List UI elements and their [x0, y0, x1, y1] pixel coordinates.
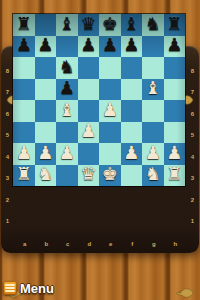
square-g4[interactable]	[142, 100, 164, 122]
black-pawn-b7: ♟	[37, 36, 53, 54]
square-e2[interactable]	[99, 143, 121, 165]
white-rook-a1: ♜	[16, 165, 32, 183]
menu-button-label: Menu	[20, 281, 54, 296]
white-pawn-g2: ♟	[145, 144, 161, 162]
white-bishop-g5: ♝	[145, 79, 161, 97]
rank-label-5: 5	[188, 125, 197, 147]
rank-label-2: 2	[3, 189, 12, 211]
black-pawn-e7: ♟	[102, 36, 118, 54]
square-d2[interactable]	[78, 143, 100, 165]
square-a5[interactable]	[13, 79, 35, 101]
square-h5[interactable]	[164, 79, 186, 101]
square-a6[interactable]	[13, 57, 35, 79]
square-c7[interactable]	[56, 36, 78, 58]
file-label-e: e	[100, 237, 122, 250]
square-e6[interactable]	[99, 57, 121, 79]
square-g2[interactable]: ♟	[142, 143, 164, 165]
square-a2[interactable]: ♟	[13, 143, 35, 165]
square-h6[interactable]	[164, 57, 186, 79]
square-h1[interactable]: ♜	[164, 165, 186, 187]
rank-label-3: 3	[3, 168, 12, 190]
black-pawn-f7: ♟	[123, 36, 139, 54]
white-king-e1: ♚	[102, 165, 118, 183]
black-bishop-f8: ♝	[123, 15, 139, 33]
square-a3[interactable]	[13, 122, 35, 144]
square-a8[interactable]: ♜	[13, 14, 35, 36]
square-b4[interactable]	[35, 100, 57, 122]
square-f3[interactable]	[121, 122, 143, 144]
black-pawn-a7: ♟	[16, 36, 32, 54]
rank-label-2: 2	[188, 189, 197, 211]
rank-label-3: 3	[188, 168, 197, 190]
square-h7[interactable]: ♟	[164, 36, 186, 58]
square-c1[interactable]	[56, 165, 78, 187]
square-c8[interactable]: ♝	[56, 14, 78, 36]
file-label-a: a	[14, 237, 36, 250]
square-f4[interactable]	[121, 100, 143, 122]
black-knight-g8: ♞	[145, 15, 161, 33]
file-label-h: h	[165, 237, 187, 250]
rank-labels-right: 87654321	[188, 60, 197, 232]
square-f2[interactable]: ♟	[121, 143, 143, 165]
file-label-d: d	[79, 237, 101, 250]
square-e8[interactable]: ♚	[99, 14, 121, 36]
square-d4[interactable]	[78, 100, 100, 122]
square-b3[interactable]	[35, 122, 57, 144]
square-d5[interactable]	[78, 79, 100, 101]
black-rook-a8: ♜	[16, 15, 32, 33]
square-e4[interactable]: ♟	[99, 100, 121, 122]
square-a4[interactable]	[13, 100, 35, 122]
square-g5[interactable]: ♝	[142, 79, 164, 101]
white-pawn-e4: ♟	[102, 101, 118, 119]
square-d6[interactable]	[78, 57, 100, 79]
black-queen-d8: ♛	[80, 15, 96, 33]
square-d8[interactable]: ♛	[78, 14, 100, 36]
square-g3[interactable]	[142, 122, 164, 144]
rank-label-8: 8	[188, 60, 197, 82]
black-pawn-c5: ♟	[59, 79, 75, 97]
square-a7[interactable]: ♟	[13, 36, 35, 58]
square-d7[interactable]: ♟	[78, 36, 100, 58]
white-knight-b1: ♞	[37, 165, 53, 183]
rank-label-7: 7	[3, 82, 12, 104]
square-a1[interactable]: ♜	[13, 165, 35, 187]
white-rook-h1: ♜	[166, 165, 182, 183]
square-b2[interactable]: ♟	[35, 143, 57, 165]
white-pawn-f2: ♟	[123, 144, 139, 162]
white-queen-d1: ♛	[80, 165, 96, 183]
black-bishop-c8: ♝	[59, 15, 75, 33]
square-h8[interactable]: ♜	[164, 14, 186, 36]
square-g8[interactable]: ♞	[142, 14, 164, 36]
square-e1[interactable]: ♚	[99, 165, 121, 187]
menu-button[interactable]: Menu	[3, 280, 54, 296]
square-g6[interactable]	[142, 57, 164, 79]
square-d3[interactable]: ♟	[78, 122, 100, 144]
square-b8[interactable]	[35, 14, 57, 36]
white-pawn-d3: ♟	[80, 122, 96, 140]
file-labels-bottom: abcdefgh	[14, 237, 186, 250]
square-g7[interactable]	[142, 36, 164, 58]
square-b6[interactable]	[35, 57, 57, 79]
square-c5[interactable]: ♟	[56, 79, 78, 101]
app-background: ♜♝♛♚♝♞♜♟♟♟♟♟♟♞♟♝♝♟♟♟♟♟♟♟♟♜♞♛♚♞♜ 87654321…	[0, 0, 200, 300]
rank-labels-left: 87654321	[3, 60, 12, 232]
square-h3[interactable]	[164, 122, 186, 144]
square-f6[interactable]	[121, 57, 143, 79]
square-b7[interactable]: ♟	[35, 36, 57, 58]
chess-board: ♜♝♛♚♝♞♜♟♟♟♟♟♟♞♟♝♝♟♟♟♟♟♟♟♟♜♞♛♚♞♜	[13, 14, 185, 186]
corner-ornament-icon	[174, 287, 194, 299]
rank-label-8: 8	[3, 60, 12, 82]
white-pawn-c2: ♟	[59, 144, 75, 162]
square-h4[interactable]	[164, 100, 186, 122]
file-label-f: f	[122, 237, 144, 250]
white-knight-g1: ♞	[145, 165, 161, 183]
square-g1[interactable]: ♞	[142, 165, 164, 187]
square-b5[interactable]	[35, 79, 57, 101]
square-c6[interactable]: ♞	[56, 57, 78, 79]
rank-label-6: 6	[188, 103, 197, 125]
black-pawn-d7: ♟	[80, 36, 96, 54]
file-label-g: g	[143, 237, 165, 250]
file-label-c: c	[57, 237, 79, 250]
white-bishop-c4: ♝	[59, 101, 75, 119]
black-pawn-h7: ♟	[166, 36, 182, 54]
square-c3[interactable]	[56, 122, 78, 144]
black-king-e8: ♚	[102, 15, 118, 33]
square-c2[interactable]: ♟	[56, 143, 78, 165]
white-pawn-a2: ♟	[16, 144, 32, 162]
square-c4[interactable]: ♝	[56, 100, 78, 122]
square-f5[interactable]	[121, 79, 143, 101]
rank-label-7: 7	[188, 82, 197, 104]
square-f8[interactable]: ♝	[121, 14, 143, 36]
rank-label-4: 4	[188, 146, 197, 168]
square-e5[interactable]	[99, 79, 121, 101]
square-f1[interactable]	[121, 165, 143, 187]
black-knight-c6: ♞	[59, 58, 75, 76]
rank-label-5: 5	[3, 125, 12, 147]
file-label-b: b	[36, 237, 58, 250]
rank-label-1: 1	[3, 211, 12, 233]
square-d1[interactable]: ♛	[78, 165, 100, 187]
black-rook-h8: ♜	[166, 15, 182, 33]
rank-label-6: 6	[3, 103, 12, 125]
menu-icon	[3, 281, 17, 295]
white-pawn-h2: ♟	[166, 144, 182, 162]
rank-label-4: 4	[3, 146, 12, 168]
rank-label-1: 1	[188, 211, 197, 233]
square-b1[interactable]: ♞	[35, 165, 57, 187]
white-pawn-b2: ♟	[37, 144, 53, 162]
square-e7[interactable]: ♟	[99, 36, 121, 58]
square-h2[interactable]: ♟	[164, 143, 186, 165]
square-f7[interactable]: ♟	[121, 36, 143, 58]
square-e3[interactable]	[99, 122, 121, 144]
